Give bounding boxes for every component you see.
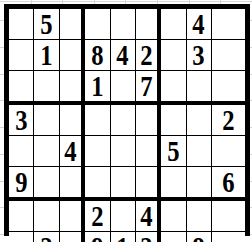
cell-r2c6[interactable]: 2 [136,40,161,71]
cell-r3c2[interactable] [34,71,59,105]
cell-r1c9[interactable] [212,9,245,40]
cell-r2c3[interactable] [60,40,85,71]
cell-r8c3[interactable] [60,232,85,242]
cell-r7c2[interactable] [34,201,59,232]
cell-r1c2[interactable]: 5 [34,9,59,40]
cell-r8c9[interactable] [212,232,245,242]
given-digit: 7 [140,71,152,101]
cell-r6c9[interactable]: 6 [212,167,245,201]
cell-r6c4[interactable] [85,167,110,201]
cell-r7c3[interactable] [60,201,85,232]
given-digit: 3 [140,232,152,242]
given-digit: 1 [91,71,103,101]
cell-r8c6[interactable]: 3 [136,232,161,242]
given-digit: 1 [40,40,52,70]
cell-r6c6[interactable] [136,167,161,201]
cell-r1c7[interactable] [161,9,186,40]
cell-r3c5[interactable] [111,71,136,105]
cell-r4c5[interactable] [111,105,136,136]
given-digit: 3 [193,40,205,70]
cell-r3c8[interactable] [187,71,212,105]
cell-r6c1[interactable]: 9 [9,167,34,201]
cell-r7c4[interactable]: 2 [85,201,110,232]
cell-r5c4[interactable] [85,136,110,167]
sudoku-board: 541842317324596242913846 [4,4,250,236]
given-digit: 8 [91,40,103,70]
given-digit: 9 [91,232,103,242]
cell-r1c3[interactable] [60,9,85,40]
given-digit: 3 [15,105,27,135]
cell-r5c5[interactable] [111,136,136,167]
given-digit: 4 [140,201,152,231]
cell-r7c6[interactable]: 4 [136,201,161,232]
cell-r5c3[interactable]: 4 [60,136,85,167]
cell-r6c7[interactable] [161,167,186,201]
cell-r7c5[interactable] [111,201,136,232]
cell-r6c2[interactable] [34,167,59,201]
given-digit: 2 [40,232,52,242]
cell-r2c9[interactable] [212,40,245,71]
cell-r4c2[interactable] [34,105,59,136]
cell-r4c9[interactable]: 2 [212,105,245,136]
cell-r5c2[interactable] [34,136,59,167]
cell-r8c4[interactable]: 9 [85,232,110,242]
given-digit: 2 [222,105,234,135]
given-digit: 4 [117,40,129,70]
cell-r5c7[interactable]: 5 [161,136,186,167]
cell-r4c1[interactable]: 3 [9,105,34,136]
cell-r1c4[interactable] [85,9,110,40]
cell-r4c7[interactable] [161,105,186,136]
given-digit: 2 [140,40,152,70]
given-digit: 6 [222,167,234,197]
cell-r8c5[interactable]: 1 [111,232,136,242]
cell-r7c7[interactable] [161,201,186,232]
given-digit: 4 [193,9,205,39]
cell-r1c6[interactable] [136,9,161,40]
cell-r6c8[interactable] [187,167,212,201]
cell-r3c4[interactable]: 1 [85,71,110,105]
given-digit: 9 [15,167,27,197]
cell-r2c4[interactable]: 8 [85,40,110,71]
cell-r8c7[interactable] [161,232,186,242]
cell-r5c6[interactable] [136,136,161,167]
cell-r4c3[interactable] [60,105,85,136]
cell-r8c8[interactable]: 8 [187,232,212,242]
cell-r2c8[interactable]: 3 [187,40,212,71]
cell-r5c8[interactable] [187,136,212,167]
given-digit: 8 [193,232,205,242]
cell-r7c9[interactable] [212,201,245,232]
given-digit: 2 [91,201,103,231]
given-digit: 5 [167,136,179,166]
cell-r3c1[interactable] [9,71,34,105]
cell-r3c6[interactable]: 7 [136,71,161,105]
cell-r1c5[interactable] [111,9,136,40]
given-digit: 4 [64,136,76,166]
cell-r1c8[interactable]: 4 [187,9,212,40]
cell-r2c7[interactable] [161,40,186,71]
cell-r3c3[interactable] [60,71,85,105]
cell-r7c1[interactable] [9,201,34,232]
cell-r1c1[interactable] [9,9,34,40]
cell-r5c1[interactable] [9,136,34,167]
cell-r4c8[interactable] [187,105,212,136]
cell-r8c2[interactable]: 2 [34,232,59,242]
cell-r7c8[interactable] [187,201,212,232]
cell-r6c3[interactable] [60,167,85,201]
cell-r5c9[interactable] [212,136,245,167]
given-digit: 1 [117,232,129,242]
cell-r3c7[interactable] [161,71,186,105]
cell-r3c9[interactable] [212,71,245,105]
cell-r4c6[interactable] [136,105,161,136]
cell-r6c5[interactable] [111,167,136,201]
cell-r4c4[interactable] [85,105,110,136]
spreadsheet-page: 541842317324596242913846 [0,0,252,242]
given-digit: 5 [40,9,52,39]
cell-r8c1[interactable] [9,232,34,242]
cell-r2c2[interactable]: 1 [34,40,59,71]
cell-r2c1[interactable] [9,40,34,71]
cell-r2c5[interactable]: 4 [111,40,136,71]
